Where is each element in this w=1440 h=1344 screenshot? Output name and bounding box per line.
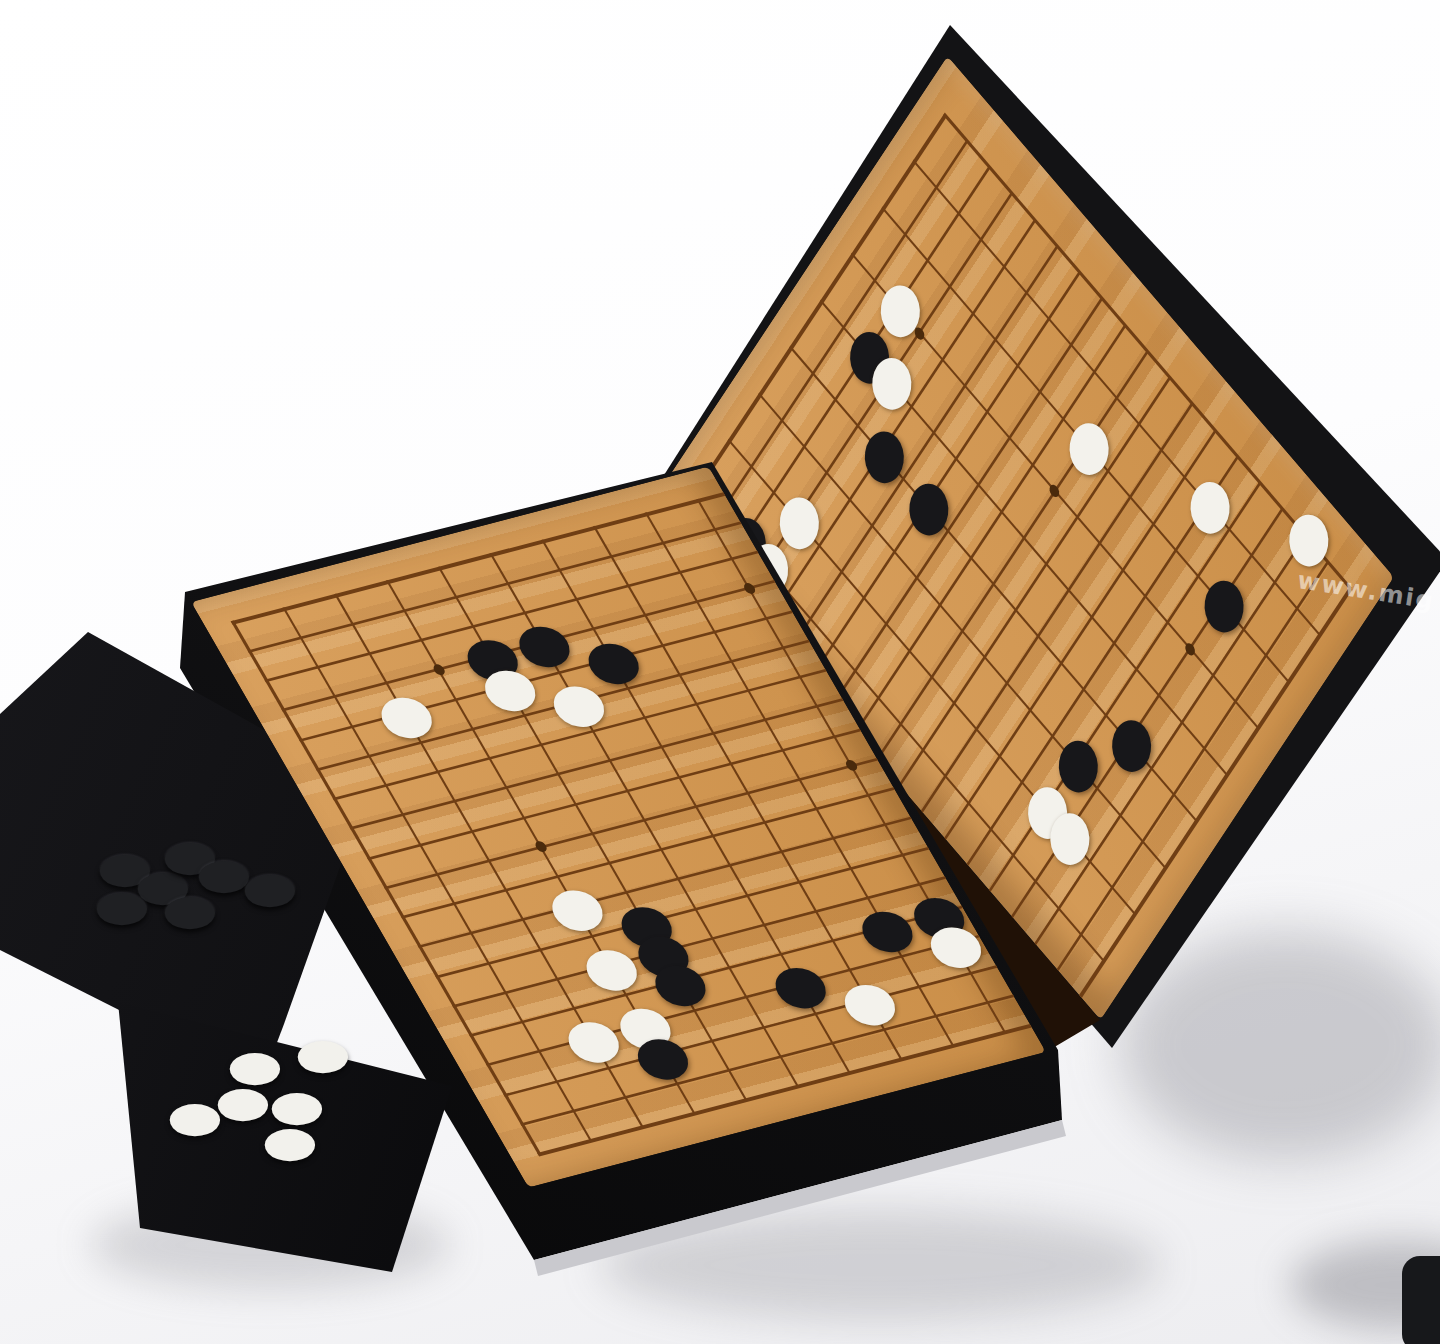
grid-line	[384, 758, 878, 889]
hoshi-point	[533, 841, 548, 854]
tray-stone-white: ●	[171, 1102, 219, 1133]
scene: ●●●●●●●●●●●●●●●● ●●●●●●●●●●●●●●●●●●● www…	[0, 0, 1440, 1344]
hoshi-point	[741, 582, 756, 595]
tray-stone-black: ●	[246, 873, 294, 904]
tray-stone-black: ●	[166, 895, 214, 926]
tray-stone-black: ●	[98, 891, 146, 922]
go-stone-white: ●	[373, 690, 435, 736]
hoshi-point	[431, 663, 446, 676]
hoshi-point	[844, 759, 859, 772]
go-stone-black: ●	[629, 1031, 691, 1077]
grid-line	[367, 728, 861, 859]
tray-stone-white: ●	[299, 1039, 347, 1070]
go-stone-black: ●	[767, 961, 829, 1007]
tray-stone-white: ●	[219, 1087, 267, 1118]
go-stone-white: ●	[836, 977, 898, 1023]
grid-line	[230, 492, 725, 625]
go-stone-white: ●	[544, 883, 606, 929]
dark-object-bottom-right	[1402, 1256, 1440, 1344]
tray-stone-white: ●	[266, 1127, 314, 1158]
